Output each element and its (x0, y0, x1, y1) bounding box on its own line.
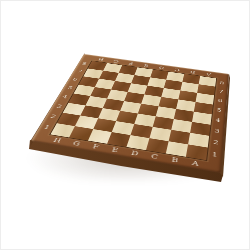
product-photo: HGFEDCBA HGFEDCBA 87654321 87654321 (0, 0, 250, 250)
rank-label-right-1: 1 (206, 148, 223, 163)
